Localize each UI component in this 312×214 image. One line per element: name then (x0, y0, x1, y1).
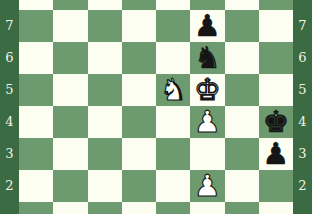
square-e1[interactable] (156, 202, 190, 214)
square-a3[interactable] (19, 138, 53, 170)
square-c4[interactable] (88, 106, 122, 138)
rank-label-6: 6 (293, 42, 312, 74)
chess-board: ♟♞♞♚♟♚♟♟ (19, 0, 293, 214)
square-c3[interactable] (88, 138, 122, 170)
square-a5[interactable] (19, 74, 53, 106)
square-c7[interactable] (88, 10, 122, 42)
square-d1[interactable] (122, 202, 156, 214)
square-f1[interactable] (190, 202, 224, 214)
square-e7[interactable] (156, 10, 190, 42)
square-f6[interactable]: ♞ (190, 42, 224, 74)
square-g1[interactable] (225, 202, 259, 214)
square-g4[interactable] (225, 106, 259, 138)
square-c2[interactable] (88, 170, 122, 202)
black-king[interactable]: ♚ (262, 107, 289, 137)
square-b7[interactable] (53, 10, 87, 42)
square-d4[interactable] (122, 106, 156, 138)
chess-board-screenshot: 765432 ♟♞♞♚♟♚♟♟ 765432 (0, 0, 312, 214)
square-h8[interactable] (259, 0, 293, 10)
square-a4[interactable] (19, 106, 53, 138)
square-f3[interactable] (190, 138, 224, 170)
square-e4[interactable] (156, 106, 190, 138)
rank-label-3: 3 (293, 138, 312, 170)
square-h5[interactable] (259, 74, 293, 106)
square-g8[interactable] (225, 0, 259, 10)
square-e2[interactable] (156, 170, 190, 202)
square-g2[interactable] (225, 170, 259, 202)
rank-label-4: 4 (0, 106, 19, 138)
square-h2[interactable] (259, 170, 293, 202)
square-e5[interactable]: ♞ (156, 74, 190, 106)
rank-label-6: 6 (0, 42, 19, 74)
left-coordinate-strip: 765432 (0, 0, 19, 214)
square-g6[interactable] (225, 42, 259, 74)
square-h7[interactable] (259, 10, 293, 42)
square-e3[interactable] (156, 138, 190, 170)
square-h3[interactable]: ♟ (259, 138, 293, 170)
square-f2[interactable]: ♟ (190, 170, 224, 202)
square-d5[interactable] (122, 74, 156, 106)
white-pawn[interactable]: ♟ (194, 107, 221, 137)
rank-label-7: 7 (0, 10, 19, 42)
square-b1[interactable] (53, 202, 87, 214)
square-a8[interactable] (19, 0, 53, 10)
square-e8[interactable] (156, 0, 190, 10)
rank-label-3: 3 (0, 138, 19, 170)
square-b8[interactable] (53, 0, 87, 10)
square-c1[interactable] (88, 202, 122, 214)
square-h1[interactable] (259, 202, 293, 214)
square-a6[interactable] (19, 42, 53, 74)
square-e6[interactable] (156, 42, 190, 74)
square-b2[interactable] (53, 170, 87, 202)
square-h6[interactable] (259, 42, 293, 74)
rank-label-7: 7 (293, 10, 312, 42)
square-a7[interactable] (19, 10, 53, 42)
square-g3[interactable] (225, 138, 259, 170)
rank-label-4: 4 (293, 106, 312, 138)
square-a1[interactable] (19, 202, 53, 214)
white-king[interactable]: ♚ (194, 75, 221, 105)
square-c5[interactable] (88, 74, 122, 106)
square-h4[interactable]: ♚ (259, 106, 293, 138)
square-d6[interactable] (122, 42, 156, 74)
square-g5[interactable] (225, 74, 259, 106)
square-g7[interactable] (225, 10, 259, 42)
white-knight[interactable]: ♞ (160, 75, 187, 105)
black-knight[interactable]: ♞ (194, 43, 221, 73)
square-f5[interactable]: ♚ (190, 74, 224, 106)
square-b6[interactable] (53, 42, 87, 74)
black-pawn[interactable]: ♟ (194, 11, 221, 41)
rank-label-2: 2 (293, 170, 312, 202)
square-b4[interactable] (53, 106, 87, 138)
rank-label-5: 5 (0, 74, 19, 106)
right-coordinate-strip: 765432 (293, 0, 312, 214)
white-pawn[interactable]: ♟ (194, 171, 221, 201)
square-d2[interactable] (122, 170, 156, 202)
square-b5[interactable] (53, 74, 87, 106)
square-a2[interactable] (19, 170, 53, 202)
square-f7[interactable]: ♟ (190, 10, 224, 42)
square-c6[interactable] (88, 42, 122, 74)
square-c8[interactable] (88, 0, 122, 10)
square-b3[interactable] (53, 138, 87, 170)
rank-label-5: 5 (293, 74, 312, 106)
square-d8[interactable] (122, 0, 156, 10)
square-d3[interactable] (122, 138, 156, 170)
square-f4[interactable]: ♟ (190, 106, 224, 138)
square-d7[interactable] (122, 10, 156, 42)
rank-label-2: 2 (0, 170, 19, 202)
board-viewport: ♟♞♞♚♟♚♟♟ (19, 0, 293, 214)
black-pawn[interactable]: ♟ (262, 139, 289, 169)
